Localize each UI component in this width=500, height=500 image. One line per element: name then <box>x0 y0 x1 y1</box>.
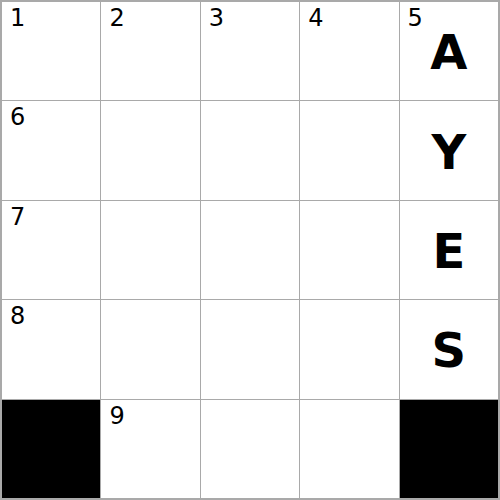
cell-r3c4[interactable] <box>300 201 398 299</box>
black-cell-r5c1 <box>2 400 100 498</box>
cell-r4c1[interactable]: 8 <box>2 300 100 398</box>
cell-r4c5[interactable]: S <box>400 300 498 398</box>
cell-r4c2[interactable] <box>101 300 199 398</box>
clue-number: 3 <box>209 5 224 31</box>
cell-r2c5[interactable]: Y <box>400 101 498 199</box>
cell-r1c4[interactable]: 4 <box>300 2 398 100</box>
cell-r4c4[interactable] <box>300 300 398 398</box>
clue-number: 9 <box>109 403 124 429</box>
cell-r1c1[interactable]: 1 <box>2 2 100 100</box>
clue-number: 6 <box>10 104 25 130</box>
cell-r3c1[interactable]: 7 <box>2 201 100 299</box>
cell-r3c3[interactable] <box>201 201 299 299</box>
cell-r2c1[interactable]: 6 <box>2 101 100 199</box>
cell-r2c3[interactable] <box>201 101 299 199</box>
clue-number: 4 <box>308 5 323 31</box>
cell-r2c4[interactable] <box>300 101 398 199</box>
clue-number: 7 <box>10 204 25 230</box>
cell-r5c4[interactable] <box>300 400 398 498</box>
cell-r3c5[interactable]: E <box>400 201 498 299</box>
cell-r5c2[interactable]: 9 <box>101 400 199 498</box>
cell-r2c2[interactable] <box>101 101 199 199</box>
clue-number: 1 <box>10 5 25 31</box>
cell-r1c3[interactable]: 3 <box>201 2 299 100</box>
cell-letter: S <box>432 326 467 374</box>
cell-r4c3[interactable] <box>201 300 299 398</box>
black-cell-r5c5 <box>400 400 498 498</box>
cell-r3c2[interactable] <box>101 201 199 299</box>
clue-number: 2 <box>109 5 124 31</box>
cell-r1c5[interactable]: 5A <box>400 2 498 100</box>
clue-number: 5 <box>408 5 423 31</box>
cell-letter: Y <box>431 128 466 176</box>
cell-letter: E <box>432 227 465 275</box>
crossword-grid: 12345A6Y7E8S9 <box>0 0 500 500</box>
clue-number: 8 <box>10 303 25 329</box>
cell-r1c2[interactable]: 2 <box>101 2 199 100</box>
cell-letter: A <box>430 28 467 76</box>
cell-r5c3[interactable] <box>201 400 299 498</box>
